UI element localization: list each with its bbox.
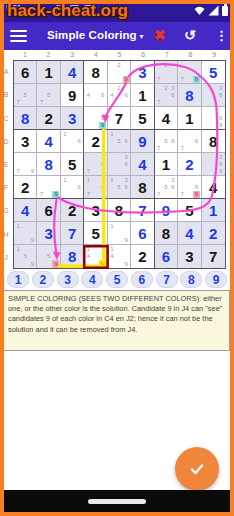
- cell-D4[interactable]: 2: [84, 130, 107, 153]
- candidates-A5: 29: [108, 62, 129, 83]
- candidate-7-A7: 7: [155, 76, 162, 83]
- candidate-2-B5: 2: [115, 85, 122, 92]
- cell-B3[interactable]: 9: [61, 84, 84, 107]
- empty-slot: [155, 85, 162, 92]
- close-icon[interactable]: ✖: [154, 27, 166, 43]
- solved-value-C3: 3: [61, 107, 83, 129]
- given-value-E3: 5: [61, 153, 83, 175]
- solved-value-H6: 6: [131, 222, 153, 244]
- empty-slot: [15, 85, 22, 92]
- empty-slot: [202, 92, 209, 99]
- technique-title[interactable]: Simple Coloring: [47, 29, 137, 41]
- candidate-9-J2: 9: [52, 260, 59, 267]
- given-value-J9: 7: [202, 245, 225, 268]
- solved-value-H8: 4: [178, 222, 200, 244]
- cell-F8[interactable]: 679: [178, 176, 201, 199]
- empty-slot: [186, 177, 193, 184]
- empty-slot: [85, 115, 92, 122]
- empty-slot: [115, 161, 122, 168]
- cell-F2[interactable]: 79: [37, 176, 60, 199]
- candidate-9-H1: 9: [29, 237, 36, 244]
- wifi-icon: [194, 5, 205, 16]
- empty-slot: [15, 154, 22, 161]
- cell-G3[interactable]: 2: [61, 199, 84, 222]
- empty-slot: [22, 237, 29, 244]
- cell-E4[interactable]: 67: [84, 153, 107, 176]
- solved-value-A3: 4: [61, 61, 83, 83]
- candidates-D3: 16: [61, 131, 82, 152]
- empty-slot: [162, 131, 169, 138]
- empty-slot: [29, 161, 36, 168]
- empty-slot: [52, 184, 59, 191]
- empty-slot: [169, 62, 176, 69]
- empty-slot: [155, 62, 162, 69]
- empty-slot: [162, 99, 169, 106]
- empty-slot: [52, 246, 59, 253]
- cell-J7[interactable]: 6: [155, 245, 178, 268]
- empty-slot: [92, 191, 99, 198]
- numpad-button-3[interactable]: 3: [57, 271, 79, 288]
- cell-A9[interactable]: 5: [202, 61, 225, 84]
- navigation-bar: [0, 490, 234, 516]
- candidate-7-E1: 7: [15, 168, 22, 175]
- candidate-5-D5: 5: [115, 138, 122, 145]
- cell-C2[interactable]: 2: [37, 107, 60, 130]
- given-value-C2: 2: [37, 107, 59, 129]
- empty-slot: [29, 246, 36, 253]
- cell-C8[interactable]: 1: [178, 107, 201, 130]
- candidate-6-D5: 6: [123, 138, 130, 145]
- given-value-D1: 3: [14, 130, 36, 152]
- cell-C7[interactable]: 4: [155, 107, 178, 130]
- numpad-button-9[interactable]: 9: [205, 271, 227, 288]
- empty-slot: [169, 145, 176, 152]
- candidate-6-F3: 6: [76, 184, 83, 191]
- empty-slot: [115, 260, 122, 267]
- cell-C9[interactable]: 69: [202, 107, 225, 130]
- candidates-E9: 369: [202, 154, 224, 175]
- candidate-3-B9: 3: [217, 85, 224, 92]
- given-value-C7: 4: [155, 107, 177, 129]
- candidates-B1: 57: [15, 85, 36, 106]
- candidate-3-B7: 3: [169, 85, 176, 92]
- cell-G4[interactable]: 3: [84, 199, 107, 222]
- candidate-5-J2: 5: [45, 253, 52, 260]
- cell-F5[interactable]: 1356: [108, 176, 131, 199]
- empty-slot: [22, 99, 29, 106]
- candidate-1-F5: 1: [108, 177, 115, 184]
- cell-A8[interactable]: 79: [178, 61, 201, 84]
- numpad-button-7[interactable]: 7: [156, 271, 178, 288]
- empty-slot: [85, 99, 92, 106]
- candidate-4-B4: 4: [85, 92, 92, 99]
- empty-slot: [169, 69, 176, 76]
- cell-H4[interactable]: 5: [84, 222, 107, 245]
- cell-C5[interactable]: 7: [108, 107, 131, 130]
- empty-slot: [69, 138, 76, 145]
- empty-slot: [179, 69, 186, 76]
- cell-G8[interactable]: 5: [178, 199, 201, 222]
- candidates-F8: 679: [179, 177, 200, 198]
- given-value-G5: 8: [108, 199, 130, 221]
- empty-slot: [193, 145, 200, 152]
- candidate-1-D3: 1: [61, 131, 68, 138]
- cell-F3[interactable]: 16: [61, 176, 84, 199]
- cell-H6[interactable]: 6: [131, 222, 154, 245]
- candidates-A7: 27: [155, 62, 176, 83]
- empty-slot: [45, 85, 52, 92]
- empty-slot: [99, 246, 106, 253]
- cell-E8[interactable]: 2: [178, 153, 201, 176]
- cell-J2[interactable]: 59: [37, 245, 60, 268]
- cell-C4[interactable]: 69: [84, 107, 107, 130]
- empty-slot: [162, 145, 169, 152]
- empty-slot: [108, 138, 115, 145]
- candidate-1-H5: 1: [108, 223, 115, 230]
- row-label-H: H: [0, 223, 12, 246]
- empty-slot: [52, 177, 59, 184]
- cell-J1[interactable]: 159: [14, 245, 37, 268]
- cell-A7[interactable]: 27: [155, 61, 178, 84]
- empty-slot: [52, 92, 59, 99]
- empty-slot: [108, 145, 115, 152]
- cell-E3[interactable]: 5: [61, 153, 84, 176]
- numpad-button-8[interactable]: 8: [180, 271, 202, 288]
- numpad-button-1[interactable]: 1: [7, 271, 29, 288]
- candidates-F4: 167: [85, 177, 106, 198]
- empty-slot: [38, 260, 45, 267]
- cell-J6[interactable]: 2: [131, 245, 154, 268]
- empty-slot: [52, 99, 59, 106]
- cell-A5[interactable]: 29: [108, 61, 131, 84]
- empty-slot: [92, 177, 99, 184]
- candidates-D5: 156: [108, 131, 129, 152]
- battery-icon: [222, 6, 228, 16]
- empty-slot: [92, 184, 99, 191]
- numpad-button-2[interactable]: 2: [32, 271, 54, 288]
- cell-H8[interactable]: 4: [178, 222, 201, 245]
- empty-slot: [186, 191, 193, 198]
- empty-slot: [69, 191, 76, 198]
- empty-slot: [108, 230, 115, 237]
- empty-slot: [217, 108, 224, 115]
- row-labels: ABCDEFGHJ: [0, 60, 12, 269]
- empty-slot: [186, 131, 193, 138]
- empty-slot: [92, 168, 99, 175]
- empty-slot: [108, 154, 115, 161]
- empty-slot: [123, 223, 130, 230]
- cell-J5[interactable]: 149: [108, 245, 131, 268]
- candidate-6-F8: 6: [193, 184, 200, 191]
- overflow-menu-icon[interactable]: ⋮: [215, 28, 228, 43]
- empty-slot: [22, 230, 29, 237]
- cell-F6[interactable]: 8: [131, 176, 154, 199]
- cell-D3[interactable]: 16: [61, 130, 84, 153]
- candidate-1-F3: 1: [61, 177, 68, 184]
- candidate-4-B5: 4: [108, 92, 115, 99]
- empty-slot: [76, 177, 83, 184]
- empty-slot: [123, 62, 130, 69]
- empty-slot: [123, 131, 130, 138]
- empty-slot: [38, 92, 45, 99]
- cell-E5[interactable]: 36: [108, 153, 131, 176]
- candidates-H1: 19: [15, 223, 36, 244]
- empty-slot: [108, 62, 115, 69]
- empty-slot: [99, 253, 106, 260]
- empty-slot: [193, 177, 200, 184]
- solved-value-G7: 9: [155, 199, 177, 221]
- cell-E1[interactable]: 79: [14, 153, 37, 176]
- empty-slot: [45, 246, 52, 253]
- empty-slot: [179, 131, 186, 138]
- candidate-6-B9: 6: [217, 92, 224, 99]
- empty-slot: [99, 168, 106, 175]
- empty-slot: [15, 237, 22, 244]
- cell-B2[interactable]: 57: [37, 84, 60, 107]
- empty-slot: [115, 99, 122, 106]
- cell-C3[interactable]: 3: [61, 107, 84, 130]
- cell-A3[interactable]: 4: [61, 61, 84, 84]
- candidate-7-F8: 7: [179, 191, 186, 198]
- empty-slot: [186, 62, 193, 69]
- cell-G1[interactable]: 4: [14, 199, 37, 222]
- empty-slot: [108, 161, 115, 168]
- empty-slot: [202, 168, 209, 175]
- empty-slot: [29, 92, 36, 99]
- undo-icon[interactable]: ↺: [184, 27, 196, 43]
- numpad-button-4[interactable]: 4: [81, 271, 103, 288]
- row-label-E: E: [0, 153, 12, 176]
- apply-hint-fab[interactable]: [175, 447, 219, 491]
- empty-slot: [45, 260, 52, 267]
- empty-slot: [202, 108, 209, 115]
- empty-slot: [99, 191, 106, 198]
- empty-slot: [162, 191, 169, 198]
- empty-slot: [210, 168, 217, 175]
- empty-slot: [169, 76, 176, 83]
- empty-slot: [210, 115, 217, 122]
- candidate-1-F4: 1: [85, 177, 92, 184]
- cell-B8[interactable]: 8: [178, 84, 201, 107]
- solved-value-H9: 2: [202, 222, 225, 244]
- empty-slot: [99, 85, 106, 92]
- empty-slot: [115, 69, 122, 76]
- cell-F9[interactable]: 4: [202, 176, 225, 199]
- empty-slot: [202, 99, 209, 106]
- empty-slot: [162, 69, 169, 76]
- column-label-8: 8: [179, 50, 203, 60]
- hint-panel: SIMPLE COLORING (SEES TWO DIFFERENT COLO…: [3, 290, 230, 351]
- cell-J8[interactable]: 3: [178, 245, 201, 268]
- empty-slot: [115, 168, 122, 175]
- hamburger-menu-icon[interactable]: [10, 30, 27, 42]
- chevron-down-icon[interactable]: ▼: [138, 33, 145, 40]
- sudoku-app-screen: 9:51 hack-cheat.org Simple Coloring ▼ ✖ …: [0, 0, 234, 516]
- cell-G7[interactable]: 9: [155, 199, 178, 222]
- cell-B5[interactable]: 246: [108, 84, 131, 107]
- cell-F1[interactable]: 2: [14, 176, 37, 199]
- candidate-7-F4: 7: [85, 191, 92, 198]
- cell-D5[interactable]: 156: [108, 130, 131, 153]
- given-value-A1: 6: [14, 61, 36, 83]
- candidates-E1: 79: [15, 154, 36, 175]
- empty-slot: [69, 177, 76, 184]
- check-icon: [188, 460, 206, 478]
- empty-slot: [15, 92, 22, 99]
- candidate-9-J4: 9: [99, 260, 106, 267]
- cell-C6[interactable]: 5: [131, 107, 154, 130]
- cell-F7[interactable]: 3567: [155, 176, 178, 199]
- cell-H5[interactable]: 19: [108, 222, 131, 245]
- numpad-button-6[interactable]: 6: [131, 271, 153, 288]
- empty-slot: [15, 260, 22, 267]
- empty-slot: [85, 108, 92, 115]
- app-bar: Simple Coloring ▼ ✖ ↺ ⋮: [0, 22, 234, 50]
- cell-C1[interactable]: 8: [14, 107, 37, 130]
- empty-slot: [22, 168, 29, 175]
- empty-slot: [92, 122, 99, 129]
- cell-H7[interactable]: 8: [155, 222, 178, 245]
- empty-slot: [179, 184, 186, 191]
- cell-E2[interactable]: 8: [37, 153, 60, 176]
- candidate-9-J5: 9: [123, 260, 130, 267]
- cell-H9[interactable]: 2: [202, 222, 225, 245]
- empty-slot: [45, 184, 52, 191]
- empty-slot: [210, 122, 217, 129]
- cell-F4[interactable]: 167: [84, 176, 107, 199]
- candidates-H5: 19: [108, 223, 129, 244]
- candidate-6-D8: 6: [193, 138, 200, 145]
- cell-B9[interactable]: 36: [202, 84, 225, 107]
- cell-G6[interactable]: 7: [131, 199, 154, 222]
- given-value-F9: 4: [202, 176, 225, 198]
- candidate-3-E5: 3: [123, 154, 130, 161]
- cell-E7[interactable]: 1: [155, 153, 178, 176]
- cell-B7[interactable]: 2367: [155, 84, 178, 107]
- empty-slot: [115, 92, 122, 99]
- empty-slot: [108, 168, 115, 175]
- empty-slot: [123, 191, 130, 198]
- cell-E6[interactable]: 4: [131, 153, 154, 176]
- candidate-5-F5: 5: [115, 184, 122, 191]
- cell-A1[interactable]: 6: [14, 61, 37, 84]
- cell-J3[interactable]: 8: [61, 245, 84, 268]
- solved-value-J7: 6: [155, 245, 177, 268]
- column-labels: 123456789: [13, 50, 226, 60]
- empty-slot: [186, 138, 193, 145]
- empty-slot: [115, 230, 122, 237]
- candidate-7-B7: 7: [155, 99, 162, 106]
- empty-slot: [179, 177, 186, 184]
- cell-H3[interactable]: 7: [61, 222, 84, 245]
- empty-slot: [92, 161, 99, 168]
- empty-slot: [85, 161, 92, 168]
- cell-A4[interactable]: 8: [84, 61, 107, 84]
- given-value-A2: 1: [37, 61, 59, 83]
- numpad-button-5[interactable]: 5: [106, 271, 128, 288]
- cell-B6[interactable]: 1: [131, 84, 154, 107]
- empty-slot: [69, 131, 76, 138]
- empty-slot: [99, 154, 106, 161]
- cell-A6[interactable]: 3: [131, 61, 154, 84]
- empty-slot: [85, 154, 92, 161]
- empty-slot: [108, 184, 115, 191]
- cell-J9[interactable]: 7: [202, 245, 225, 268]
- cell-E9[interactable]: 369: [202, 153, 225, 176]
- empty-slot: [115, 246, 122, 253]
- given-value-J6: 2: [131, 245, 153, 268]
- cell-D1[interactable]: 3: [14, 130, 37, 153]
- empty-slot: [92, 115, 99, 122]
- cell-B4[interactable]: 46: [84, 84, 107, 107]
- empty-slot: [202, 122, 209, 129]
- cell-D8[interactable]: 67: [178, 130, 201, 153]
- candidate-6-F4: 6: [99, 184, 106, 191]
- candidates-B9: 36: [202, 85, 224, 106]
- cell-D9[interactable]: 8: [202, 130, 225, 153]
- cell-H2[interactable]: 3: [37, 222, 60, 245]
- solved-value-D2: 4: [37, 130, 59, 152]
- given-value-C5: 7: [108, 107, 130, 129]
- candidates-D7: 567: [155, 131, 176, 152]
- empty-slot: [193, 69, 200, 76]
- empty-slot: [169, 191, 176, 198]
- cell-H1[interactable]: 19: [14, 222, 37, 245]
- candidate-9-F8: 9: [193, 191, 200, 198]
- empty-slot: [202, 154, 209, 161]
- cell-G9[interactable]: 1: [202, 199, 225, 222]
- empty-slot: [61, 145, 68, 152]
- cell-J4[interactable]: 149: [84, 245, 107, 268]
- candidate-9-C9: 9: [217, 122, 224, 129]
- row-label-C: C: [0, 106, 12, 129]
- empty-slot: [38, 253, 45, 260]
- empty-slot: [85, 260, 92, 267]
- empty-slot: [210, 161, 217, 168]
- empty-slot: [22, 154, 29, 161]
- row-label-A: A: [0, 60, 12, 83]
- cell-D6[interactable]: 9: [131, 130, 154, 153]
- empty-slot: [92, 108, 99, 115]
- cell-B1[interactable]: 57: [14, 84, 37, 107]
- empty-slot: [108, 85, 115, 92]
- empty-slot: [92, 246, 99, 253]
- cell-G5[interactable]: 8: [108, 199, 131, 222]
- given-value-H4: 5: [84, 222, 106, 244]
- cell-D2[interactable]: 4: [37, 130, 60, 153]
- cell-G2[interactable]: 6: [37, 199, 60, 222]
- empty-slot: [38, 177, 45, 184]
- cell-A2[interactable]: 1: [37, 61, 60, 84]
- empty-slot: [29, 154, 36, 161]
- empty-slot: [22, 246, 29, 253]
- empty-slot: [52, 85, 59, 92]
- cell-D7[interactable]: 567: [155, 130, 178, 153]
- candidate-4-J5: 4: [108, 253, 115, 260]
- home-indicator[interactable]: [88, 499, 146, 504]
- empty-slot: [123, 145, 130, 152]
- candidate-7-A8: 7: [179, 76, 186, 83]
- candidate-5-D7: 5: [162, 138, 169, 145]
- column-label-9: 9: [202, 50, 226, 60]
- candidate-6-E5: 6: [123, 161, 130, 168]
- candidate-6-C4: 6: [99, 115, 106, 122]
- solved-value-H2: 3: [37, 222, 59, 244]
- candidates-B2: 57: [38, 85, 59, 106]
- solved-value-G1: 4: [14, 199, 36, 221]
- empty-slot: [155, 177, 162, 184]
- given-value-J8: 3: [178, 245, 200, 268]
